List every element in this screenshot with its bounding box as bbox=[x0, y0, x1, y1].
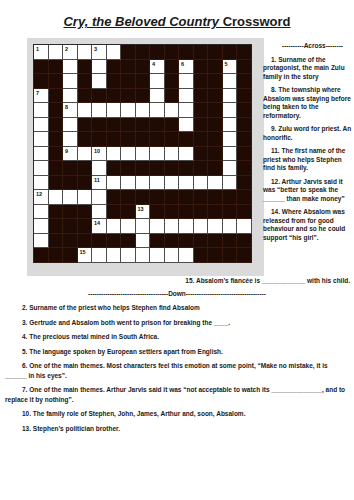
black-cell bbox=[49, 132, 64, 147]
white-cell[interactable] bbox=[165, 103, 180, 118]
white-cell[interactable] bbox=[92, 161, 107, 176]
black-cell bbox=[237, 74, 252, 89]
black-cell bbox=[107, 60, 122, 75]
white-cell[interactable] bbox=[78, 147, 93, 162]
black-cell bbox=[107, 205, 122, 220]
black-cell bbox=[165, 74, 180, 89]
black-cell bbox=[136, 132, 151, 147]
black-cell bbox=[165, 118, 180, 133]
white-cell[interactable]: 6 bbox=[179, 60, 194, 75]
white-cell[interactable] bbox=[223, 118, 238, 133]
black-cell bbox=[223, 234, 238, 249]
white-cell[interactable] bbox=[63, 190, 78, 205]
black-cell bbox=[107, 118, 122, 133]
white-cell[interactable] bbox=[136, 248, 151, 263]
white-cell[interactable] bbox=[150, 74, 165, 89]
down-clue-5: 5. The language spoken by European settl… bbox=[5, 347, 349, 357]
black-cell bbox=[121, 234, 136, 249]
white-cell[interactable] bbox=[136, 219, 151, 234]
clue-number: 6 bbox=[181, 61, 184, 67]
black-cell bbox=[78, 74, 93, 89]
black-cell bbox=[92, 89, 107, 104]
black-cell bbox=[194, 248, 209, 263]
black-cell bbox=[63, 219, 78, 234]
down-clue-2: 2. Surname of the priest who helps Steph… bbox=[5, 303, 349, 313]
white-cell[interactable] bbox=[194, 219, 209, 234]
down-header: -------------------------------------Dow… bbox=[0, 290, 354, 297]
white-cell[interactable] bbox=[223, 74, 238, 89]
black-cell bbox=[194, 132, 209, 147]
clue-number: 12 bbox=[36, 191, 42, 197]
clue-number: 5 bbox=[225, 61, 228, 67]
white-cell[interactable] bbox=[63, 132, 78, 147]
white-cell[interactable] bbox=[237, 219, 252, 234]
white-cell[interactable]: 13 bbox=[136, 205, 151, 220]
black-cell bbox=[121, 190, 136, 205]
white-cell[interactable] bbox=[223, 89, 238, 104]
black-cell bbox=[165, 89, 180, 104]
black-cell bbox=[107, 74, 122, 89]
down-clue-10: 10. The family role of Stephen, John, Ja… bbox=[5, 409, 349, 419]
black-cell bbox=[150, 118, 165, 133]
black-cell bbox=[78, 219, 93, 234]
black-cell bbox=[49, 219, 64, 234]
white-cell[interactable]: 10 bbox=[92, 147, 107, 162]
white-cell[interactable] bbox=[78, 190, 93, 205]
black-cell bbox=[107, 89, 122, 104]
black-cell bbox=[78, 60, 93, 75]
black-cell bbox=[78, 234, 93, 249]
white-cell[interactable] bbox=[92, 103, 107, 118]
white-cell[interactable] bbox=[150, 103, 165, 118]
black-cell bbox=[136, 45, 151, 60]
black-cell bbox=[179, 205, 194, 220]
white-cell[interactable] bbox=[179, 118, 194, 133]
white-cell[interactable] bbox=[121, 248, 136, 263]
black-cell bbox=[194, 205, 209, 220]
clue-number: 2 bbox=[65, 46, 68, 52]
across-clue-11: 11. The first name of the priest who hel… bbox=[263, 147, 354, 173]
black-cell bbox=[237, 89, 252, 104]
black-cell bbox=[165, 60, 180, 75]
white-cell[interactable] bbox=[121, 147, 136, 162]
white-cell[interactable] bbox=[34, 176, 49, 191]
white-cell[interactable] bbox=[150, 147, 165, 162]
black-cell bbox=[194, 147, 209, 162]
black-cell bbox=[165, 161, 180, 176]
white-cell[interactable]: 14 bbox=[92, 219, 107, 234]
white-cell[interactable] bbox=[34, 234, 49, 249]
black-cell bbox=[208, 60, 223, 75]
clue-number: 8 bbox=[65, 104, 68, 110]
black-cell bbox=[49, 234, 64, 249]
white-cell[interactable] bbox=[223, 176, 238, 191]
clue-number: 9 bbox=[65, 148, 68, 154]
black-cell bbox=[136, 60, 151, 75]
white-cell[interactable] bbox=[34, 103, 49, 118]
black-cell bbox=[107, 234, 122, 249]
down-clues-panel: 2. Surname of the priest who helps Steph… bbox=[5, 303, 349, 438]
white-cell[interactable] bbox=[107, 219, 122, 234]
black-cell bbox=[194, 118, 209, 133]
white-cell[interactable]: 5 bbox=[223, 60, 238, 75]
clue-number: 7 bbox=[36, 90, 39, 96]
black-cell bbox=[150, 205, 165, 220]
black-cell bbox=[165, 45, 180, 60]
black-cell bbox=[78, 89, 93, 104]
book-title: Cry, the Beloved Country bbox=[63, 14, 219, 29]
page-title: Cry, the Beloved Country Crossword bbox=[0, 14, 354, 29]
black-cell bbox=[208, 190, 223, 205]
black-cell bbox=[208, 248, 223, 263]
black-cell bbox=[165, 190, 180, 205]
black-cell bbox=[194, 89, 209, 104]
down-clue-3: 3. Gertrude and Absalom both went to pri… bbox=[5, 318, 349, 328]
white-cell[interactable] bbox=[34, 219, 49, 234]
down-clue-13: 13. Stephen’s politician brother. bbox=[5, 424, 349, 434]
black-cell bbox=[34, 60, 49, 75]
white-cell[interactable] bbox=[179, 89, 194, 104]
black-cell bbox=[194, 190, 209, 205]
crossword-grid: 123465789101112131415 bbox=[33, 44, 252, 263]
black-cell bbox=[237, 103, 252, 118]
black-cell bbox=[237, 147, 252, 162]
white-cell[interactable] bbox=[179, 248, 194, 263]
white-cell[interactable]: 1 bbox=[34, 45, 49, 60]
black-cell bbox=[237, 161, 252, 176]
white-cell[interactable]: 15 bbox=[78, 248, 93, 263]
black-cell bbox=[63, 234, 78, 249]
white-cell[interactable] bbox=[179, 103, 194, 118]
clue-number: 3 bbox=[94, 46, 97, 52]
black-cell bbox=[49, 118, 64, 133]
black-cell bbox=[121, 45, 136, 60]
white-cell[interactable] bbox=[223, 147, 238, 162]
black-cell bbox=[150, 161, 165, 176]
white-cell[interactable] bbox=[121, 103, 136, 118]
white-cell[interactable] bbox=[107, 176, 122, 191]
black-cell bbox=[208, 161, 223, 176]
down-clue-6: 6. One of the main themes. Most characte… bbox=[5, 361, 349, 380]
black-cell bbox=[208, 118, 223, 133]
white-cell[interactable] bbox=[92, 74, 107, 89]
white-cell[interactable] bbox=[150, 176, 165, 191]
white-cell[interactable] bbox=[49, 45, 64, 60]
black-cell bbox=[49, 74, 64, 89]
white-cell[interactable] bbox=[34, 205, 49, 220]
black-cell bbox=[208, 45, 223, 60]
down-clue-7: 7. One of the main themes. Arthur Jarvis… bbox=[5, 385, 349, 404]
white-cell[interactable] bbox=[165, 219, 180, 234]
black-cell bbox=[237, 118, 252, 133]
black-cell bbox=[150, 190, 165, 205]
black-cell bbox=[78, 118, 93, 133]
white-cell[interactable] bbox=[150, 219, 165, 234]
black-cell bbox=[165, 234, 180, 249]
black-cell bbox=[237, 176, 252, 191]
black-cell bbox=[179, 161, 194, 176]
white-cell[interactable] bbox=[136, 234, 151, 249]
black-cell bbox=[63, 176, 78, 191]
black-cell bbox=[136, 161, 151, 176]
black-cell bbox=[121, 74, 136, 89]
black-cell bbox=[237, 132, 252, 147]
black-cell bbox=[107, 190, 122, 205]
black-cell bbox=[208, 147, 223, 162]
black-cell bbox=[49, 89, 64, 104]
black-cell bbox=[237, 205, 252, 220]
black-cell bbox=[208, 234, 223, 249]
clue-number: 1 bbox=[36, 46, 39, 52]
black-cell bbox=[49, 176, 64, 191]
white-cell[interactable] bbox=[179, 74, 194, 89]
black-cell bbox=[92, 132, 107, 147]
white-cell[interactable]: 2 bbox=[63, 45, 78, 60]
black-cell bbox=[179, 132, 194, 147]
white-cell[interactable] bbox=[34, 132, 49, 147]
across-header: ----------Across-------- bbox=[263, 42, 354, 51]
black-cell bbox=[49, 60, 64, 75]
white-cell[interactable] bbox=[150, 248, 165, 263]
black-cell bbox=[136, 190, 151, 205]
white-cell[interactable] bbox=[34, 161, 49, 176]
white-cell[interactable] bbox=[194, 176, 209, 191]
white-cell[interactable] bbox=[179, 147, 194, 162]
black-cell bbox=[78, 205, 93, 220]
black-cell bbox=[208, 132, 223, 147]
clue-number: 15 bbox=[80, 249, 86, 255]
black-cell bbox=[92, 234, 107, 249]
black-cell bbox=[78, 161, 93, 176]
black-cell bbox=[78, 176, 93, 191]
white-cell[interactable] bbox=[208, 219, 223, 234]
white-cell[interactable] bbox=[223, 161, 238, 176]
across-clues-list: 1. Surname of the protagonist, the main … bbox=[263, 56, 354, 243]
white-cell[interactable]: 8 bbox=[63, 103, 78, 118]
black-cell bbox=[194, 45, 209, 60]
black-cell bbox=[34, 74, 49, 89]
white-cell[interactable] bbox=[179, 176, 194, 191]
white-cell[interactable] bbox=[92, 248, 107, 263]
white-cell[interactable] bbox=[165, 176, 180, 191]
white-cell[interactable] bbox=[78, 103, 93, 118]
white-cell[interactable] bbox=[49, 190, 64, 205]
black-cell bbox=[107, 132, 122, 147]
black-cell bbox=[63, 161, 78, 176]
black-cell bbox=[34, 248, 49, 263]
white-cell[interactable]: 9 bbox=[63, 147, 78, 162]
black-cell bbox=[136, 89, 151, 104]
clue-number: 4 bbox=[152, 61, 155, 67]
white-cell[interactable] bbox=[92, 190, 107, 205]
white-cell[interactable] bbox=[150, 89, 165, 104]
white-cell[interactable]: 11 bbox=[92, 176, 107, 191]
black-cell bbox=[150, 45, 165, 60]
white-cell[interactable] bbox=[92, 205, 107, 220]
white-cell[interactable] bbox=[63, 89, 78, 104]
white-cell[interactable] bbox=[223, 132, 238, 147]
black-cell bbox=[49, 205, 64, 220]
black-cell bbox=[121, 205, 136, 220]
black-cell bbox=[63, 205, 78, 220]
white-cell[interactable] bbox=[92, 60, 107, 75]
black-cell bbox=[78, 132, 93, 147]
across-clue-15: 15. Absalom’s fiancée is ____________ wi… bbox=[0, 277, 350, 284]
black-cell bbox=[208, 103, 223, 118]
white-cell[interactable] bbox=[223, 219, 238, 234]
white-cell[interactable] bbox=[165, 147, 180, 162]
white-cell[interactable] bbox=[107, 103, 122, 118]
black-cell bbox=[179, 190, 194, 205]
black-cell bbox=[150, 132, 165, 147]
white-cell[interactable] bbox=[208, 176, 223, 191]
black-cell bbox=[121, 89, 136, 104]
black-cell bbox=[121, 118, 136, 133]
black-cell bbox=[208, 89, 223, 104]
black-cell bbox=[92, 118, 107, 133]
black-cell bbox=[237, 234, 252, 249]
white-cell[interactable]: 3 bbox=[92, 45, 107, 60]
white-cell[interactable] bbox=[121, 176, 136, 191]
black-cell bbox=[194, 161, 209, 176]
white-cell[interactable] bbox=[78, 45, 93, 60]
black-cell bbox=[223, 190, 238, 205]
across-clue-14: 14. Where Absalom was released from for … bbox=[263, 208, 354, 242]
black-cell bbox=[208, 74, 223, 89]
white-cell[interactable] bbox=[179, 219, 194, 234]
black-cell bbox=[237, 45, 252, 60]
white-cell[interactable] bbox=[136, 147, 151, 162]
black-cell bbox=[107, 161, 122, 176]
black-cell bbox=[49, 161, 64, 176]
black-cell bbox=[136, 74, 151, 89]
white-cell[interactable] bbox=[136, 103, 151, 118]
white-cell[interactable] bbox=[63, 118, 78, 133]
black-cell bbox=[179, 45, 194, 60]
black-cell bbox=[150, 234, 165, 249]
black-cell bbox=[208, 205, 223, 220]
clue-number: 13 bbox=[138, 206, 144, 212]
clue-number: 10 bbox=[94, 148, 100, 154]
black-cell bbox=[136, 118, 151, 133]
white-cell[interactable]: 4 bbox=[150, 60, 165, 75]
black-cell bbox=[223, 205, 238, 220]
black-cell bbox=[223, 45, 238, 60]
black-cell bbox=[237, 248, 252, 263]
title-rest: Crossword bbox=[219, 14, 291, 29]
black-cell bbox=[121, 60, 136, 75]
white-cell[interactable] bbox=[121, 219, 136, 234]
black-cell bbox=[194, 60, 209, 75]
white-cell[interactable] bbox=[63, 74, 78, 89]
across-clues-panel: ----------Across-------- 1. Surname of t… bbox=[263, 42, 354, 247]
black-cell bbox=[223, 248, 238, 263]
black-cell bbox=[49, 103, 64, 118]
black-cell bbox=[237, 60, 252, 75]
across-clue-1: 1. Surname of the protagonist, the main … bbox=[263, 56, 354, 82]
white-cell[interactable] bbox=[165, 248, 180, 263]
black-cell bbox=[121, 132, 136, 147]
white-cell[interactable]: 12 bbox=[34, 190, 49, 205]
black-cell bbox=[165, 132, 180, 147]
white-cell[interactable] bbox=[223, 103, 238, 118]
white-cell[interactable] bbox=[63, 60, 78, 75]
white-cell[interactable] bbox=[136, 176, 151, 191]
down-clue-4: 4. The precious metal mined in South Afr… bbox=[5, 332, 349, 342]
white-cell[interactable] bbox=[34, 118, 49, 133]
black-cell bbox=[63, 248, 78, 263]
black-cell bbox=[237, 190, 252, 205]
black-cell bbox=[49, 248, 64, 263]
white-cell[interactable] bbox=[107, 45, 122, 60]
black-cell bbox=[194, 74, 209, 89]
black-cell bbox=[194, 234, 209, 249]
black-cell bbox=[165, 205, 180, 220]
across-clue-12: 12. Arthur Jarvis said it was “better to… bbox=[263, 178, 354, 204]
black-cell bbox=[179, 234, 194, 249]
white-cell[interactable] bbox=[107, 147, 122, 162]
clue-number: 11 bbox=[94, 177, 100, 183]
across-clue-9: 9. Zulu word for priest. An honorific. bbox=[263, 125, 354, 142]
white-cell[interactable] bbox=[107, 248, 122, 263]
across-clue-8: 8. The township where Absalom was stayin… bbox=[263, 86, 354, 120]
black-cell bbox=[49, 147, 64, 162]
black-cell bbox=[194, 103, 209, 118]
clue-number: 14 bbox=[94, 220, 100, 226]
black-cell bbox=[121, 161, 136, 176]
white-cell[interactable] bbox=[34, 147, 49, 162]
white-cell[interactable]: 7 bbox=[34, 89, 49, 104]
